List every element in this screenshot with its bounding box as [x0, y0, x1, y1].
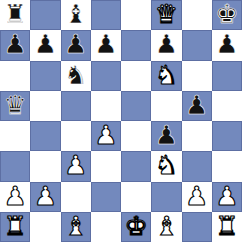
square-h4[interactable]	[212, 121, 242, 151]
square-g1[interactable]	[182, 212, 212, 242]
square-h7[interactable]: ♟	[212, 30, 242, 60]
square-c6[interactable]: ♞	[61, 61, 91, 91]
square-e8[interactable]	[121, 0, 151, 30]
piece-black-pawn[interactable]: ♟	[155, 30, 178, 59]
square-g7[interactable]	[182, 30, 212, 60]
square-b1[interactable]	[30, 212, 60, 242]
square-e4[interactable]	[121, 121, 151, 151]
square-e1[interactable]: ♚	[121, 212, 151, 242]
square-c7[interactable]: ♟	[61, 30, 91, 60]
piece-white-pawn[interactable]: ♟	[64, 151, 87, 180]
square-b4[interactable]	[30, 121, 60, 151]
piece-white-rook[interactable]: ♜	[215, 212, 238, 241]
square-a5[interactable]: ♛	[0, 91, 30, 121]
square-h3[interactable]	[212, 151, 242, 181]
square-c3[interactable]: ♟	[61, 151, 91, 181]
square-a3[interactable]	[0, 151, 30, 181]
piece-white-pawn[interactable]: ♟	[3, 182, 26, 211]
chess-board: ♜♝♛♚♟♟♟♟♟♟♞♞♛♟♟♟♟♞♟♟♟♟♜♝♚♝♜	[0, 0, 242, 242]
square-d5[interactable]	[91, 91, 121, 121]
piece-white-knight[interactable]: ♞	[155, 61, 178, 90]
piece-white-pawn[interactable]: ♟	[34, 182, 57, 211]
piece-black-pawn[interactable]: ♟	[155, 121, 178, 150]
square-b8[interactable]	[30, 0, 60, 30]
square-d8[interactable]	[91, 0, 121, 30]
square-e5[interactable]	[121, 91, 151, 121]
piece-white-knight[interactable]: ♞	[155, 151, 178, 180]
square-b2[interactable]: ♟	[30, 182, 60, 212]
piece-black-knight[interactable]: ♞	[64, 61, 87, 90]
square-f8[interactable]: ♛	[151, 0, 181, 30]
square-c4[interactable]	[61, 121, 91, 151]
piece-black-queen[interactable]: ♛	[3, 91, 26, 120]
square-a6[interactable]	[0, 61, 30, 91]
square-c2[interactable]	[61, 182, 91, 212]
square-d1[interactable]	[91, 212, 121, 242]
piece-white-king[interactable]: ♚	[124, 212, 147, 241]
piece-black-rook[interactable]: ♜	[3, 0, 26, 29]
square-a4[interactable]	[0, 121, 30, 151]
square-d3[interactable]	[91, 151, 121, 181]
piece-white-pawn[interactable]: ♟	[215, 182, 238, 211]
square-g3[interactable]	[182, 151, 212, 181]
piece-white-bishop[interactable]: ♝	[64, 212, 87, 241]
square-a1[interactable]: ♜	[0, 212, 30, 242]
square-c5[interactable]	[61, 91, 91, 121]
piece-black-king[interactable]: ♚	[215, 0, 238, 29]
square-e7[interactable]	[121, 30, 151, 60]
square-h8[interactable]: ♚	[212, 0, 242, 30]
piece-white-queen[interactable]: ♛	[155, 0, 178, 29]
square-f6[interactable]: ♞	[151, 61, 181, 91]
piece-white-rook[interactable]: ♜	[3, 212, 26, 241]
square-h2[interactable]: ♟	[212, 182, 242, 212]
square-f4[interactable]: ♟	[151, 121, 181, 151]
square-g4[interactable]	[182, 121, 212, 151]
square-f2[interactable]	[151, 182, 181, 212]
square-h6[interactable]	[212, 61, 242, 91]
square-g5[interactable]: ♟	[182, 91, 212, 121]
square-b7[interactable]: ♟	[30, 30, 60, 60]
square-f1[interactable]: ♝	[151, 212, 181, 242]
square-a2[interactable]: ♟	[0, 182, 30, 212]
square-g8[interactable]	[182, 0, 212, 30]
square-e3[interactable]	[121, 151, 151, 181]
square-c8[interactable]: ♝	[61, 0, 91, 30]
square-b3[interactable]	[30, 151, 60, 181]
piece-white-pawn[interactable]: ♟	[94, 121, 117, 150]
piece-white-bishop[interactable]: ♝	[155, 212, 178, 241]
piece-white-pawn[interactable]: ♟	[185, 182, 208, 211]
square-h1[interactable]: ♜	[212, 212, 242, 242]
square-c1[interactable]: ♝	[61, 212, 91, 242]
square-f7[interactable]: ♟	[151, 30, 181, 60]
square-b5[interactable]	[30, 91, 60, 121]
piece-black-pawn[interactable]: ♟	[185, 91, 208, 120]
square-h5[interactable]	[212, 91, 242, 121]
square-a7[interactable]: ♟	[0, 30, 30, 60]
piece-black-pawn[interactable]: ♟	[3, 30, 26, 59]
square-d4[interactable]: ♟	[91, 121, 121, 151]
piece-black-pawn[interactable]: ♟	[215, 30, 238, 59]
square-a8[interactable]: ♜	[0, 0, 30, 30]
square-g2[interactable]: ♟	[182, 182, 212, 212]
piece-black-pawn[interactable]: ♟	[64, 30, 87, 59]
square-g6[interactable]	[182, 61, 212, 91]
square-b6[interactable]	[30, 61, 60, 91]
square-d7[interactable]: ♟	[91, 30, 121, 60]
piece-black-pawn[interactable]: ♟	[34, 30, 57, 59]
piece-black-bishop[interactable]: ♝	[64, 0, 87, 29]
piece-black-pawn[interactable]: ♟	[94, 30, 117, 59]
square-f5[interactable]	[151, 91, 181, 121]
chess-board-wrapper: ♜♝♛♚♟♟♟♟♟♟♞♞♛♟♟♟♟♞♟♟♟♟♜♝♚♝♜	[0, 0, 242, 242]
square-d2[interactable]	[91, 182, 121, 212]
square-f3[interactable]: ♞	[151, 151, 181, 181]
square-e6[interactable]	[121, 61, 151, 91]
square-e2[interactable]	[121, 182, 151, 212]
square-d6[interactable]	[91, 61, 121, 91]
